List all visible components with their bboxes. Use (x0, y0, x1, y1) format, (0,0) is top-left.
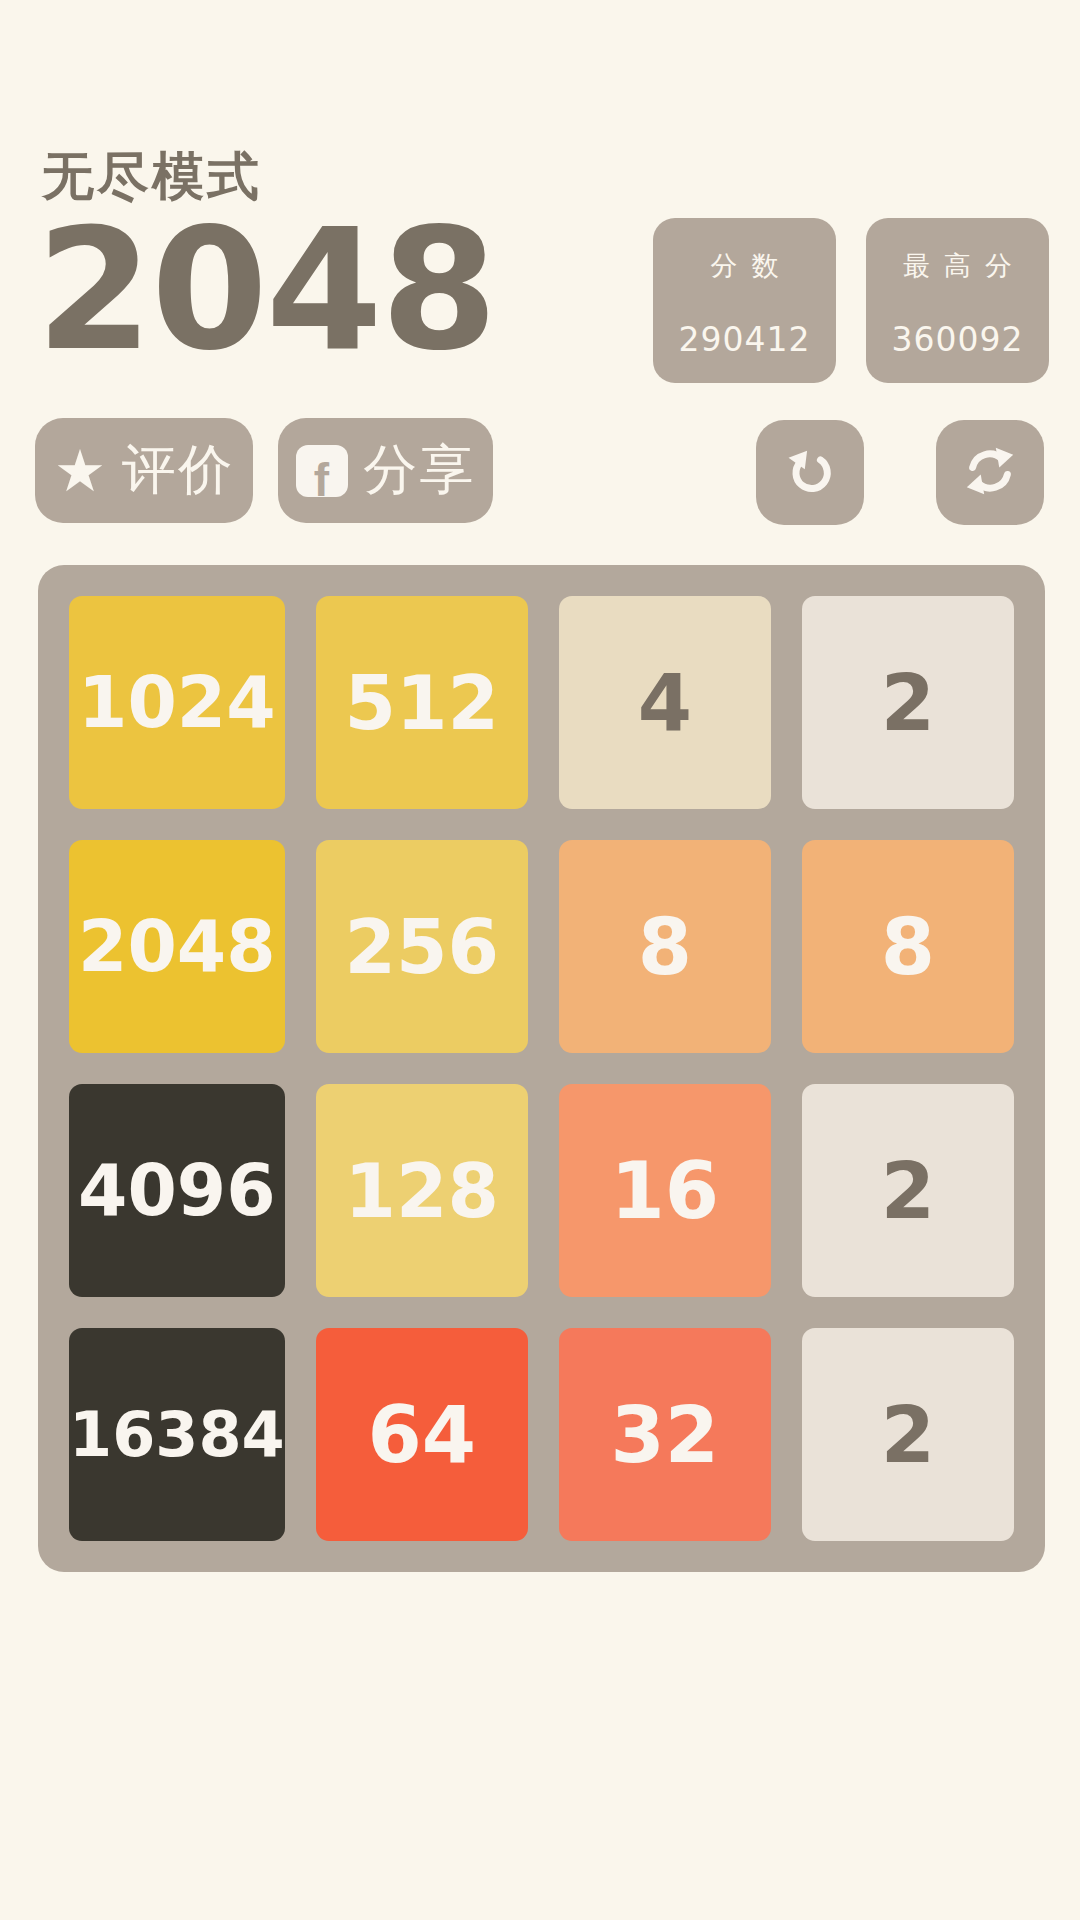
score-box: 分数 290412 (653, 218, 836, 383)
rate-button-label: 评价 (122, 434, 234, 507)
rate-button[interactable]: ★ 评价 (35, 418, 253, 523)
share-button[interactable]: f 分享 (278, 418, 493, 523)
best-score-value: 360092 (892, 320, 1024, 359)
refresh-button[interactable] (936, 420, 1044, 525)
tile-2: 2 (802, 1328, 1014, 1541)
best-score-label: 最高分 (889, 248, 1026, 284)
undo-button[interactable] (756, 420, 864, 525)
tile-128: 128 (316, 1084, 528, 1297)
tile-16: 16 (559, 1084, 771, 1297)
best-score-box: 最高分 360092 (866, 218, 1049, 383)
tile-256: 256 (316, 840, 528, 1053)
board[interactable]: 10245124220482568840961281621638464322 (38, 565, 1045, 1572)
tile-1024: 1024 (69, 596, 285, 809)
tile-512: 512 (316, 596, 528, 809)
share-button-label: 分享 (364, 434, 476, 507)
tile-2: 2 (802, 1084, 1014, 1297)
tile-4096: 4096 (69, 1084, 285, 1297)
tile-16384: 16384 (69, 1328, 285, 1541)
tile-64: 64 (316, 1328, 528, 1541)
tile-2048: 2048 (69, 840, 285, 1053)
score-value: 290412 (679, 320, 811, 359)
tile-4: 4 (559, 596, 771, 809)
tile-8: 8 (802, 840, 1014, 1053)
board-grid: 10245124220482568840961281621638464322 (38, 565, 1045, 1572)
star-icon: ★ (54, 442, 106, 500)
facebook-icon: f (296, 445, 348, 497)
game-screen: 无尽模式 2048 分数 290412 最高分 360092 ★ 评价 f 分享 (0, 0, 1080, 1920)
app-title: 2048 (36, 206, 496, 374)
tile-32: 32 (559, 1328, 771, 1541)
refresh-icon (961, 442, 1019, 503)
tile-8: 8 (559, 840, 771, 1053)
tile-2: 2 (802, 596, 1014, 809)
undo-icon (781, 442, 839, 503)
score-label: 分数 (697, 248, 793, 284)
